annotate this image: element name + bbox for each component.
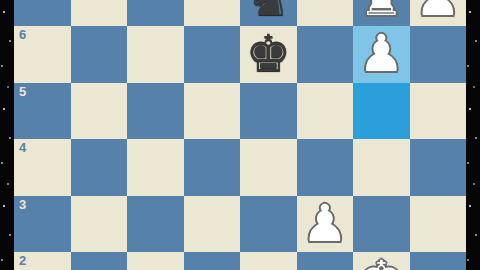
square-h4[interactable] bbox=[410, 139, 467, 196]
square-g7[interactable]: ♜ bbox=[353, 0, 410, 26]
square-f3[interactable]: ♟ bbox=[297, 196, 354, 253]
square-c5[interactable] bbox=[127, 83, 184, 140]
square-b2[interactable] bbox=[71, 252, 128, 270]
piece-white-pawn[interactable]: ♟ bbox=[297, 196, 354, 253]
square-h6[interactable] bbox=[410, 26, 467, 83]
square-g4[interactable] bbox=[353, 139, 410, 196]
square-a7[interactable] bbox=[14, 0, 71, 26]
square-c4[interactable] bbox=[127, 139, 184, 196]
square-e2[interactable] bbox=[240, 252, 297, 270]
square-b5[interactable] bbox=[71, 83, 128, 140]
square-g6[interactable]: ♟ bbox=[353, 26, 410, 83]
square-b4[interactable] bbox=[71, 139, 128, 196]
square-g5[interactable] bbox=[353, 83, 410, 140]
square-c2[interactable] bbox=[127, 252, 184, 270]
rank-label-6: 6 bbox=[19, 28, 26, 41]
square-a6[interactable]: 6 bbox=[14, 26, 71, 83]
square-h3[interactable] bbox=[410, 196, 467, 253]
square-a3[interactable]: 3 bbox=[14, 196, 71, 253]
square-f4[interactable] bbox=[297, 139, 354, 196]
rank-label-2: 2 bbox=[19, 254, 26, 267]
square-b3[interactable] bbox=[71, 196, 128, 253]
rank-label-3: 3 bbox=[19, 198, 26, 211]
piece-white-king[interactable]: ♚ bbox=[353, 252, 410, 270]
square-h7[interactable]: ♟ bbox=[410, 0, 467, 26]
square-d7[interactable] bbox=[184, 0, 241, 26]
square-b7[interactable] bbox=[71, 0, 128, 26]
rank-label-4: 4 bbox=[19, 141, 26, 154]
left-letterbox-starfield bbox=[0, 0, 14, 270]
square-h2[interactable] bbox=[410, 252, 467, 270]
square-e4[interactable] bbox=[240, 139, 297, 196]
piece-white-pawn[interactable]: ♟ bbox=[353, 26, 410, 83]
square-g2[interactable]: ♚ bbox=[353, 252, 410, 270]
square-a4[interactable]: 4 bbox=[14, 139, 71, 196]
square-d6[interactable] bbox=[184, 26, 241, 83]
square-d5[interactable] bbox=[184, 83, 241, 140]
square-e6[interactable]: ♚ bbox=[240, 26, 297, 83]
square-e7[interactable]: ♞ bbox=[240, 0, 297, 26]
chess-video-frame: ♞♜♟6♚♟543♟2♚ bbox=[0, 0, 480, 270]
rank-label-5: 5 bbox=[19, 85, 26, 98]
chess-board[interactable]: ♞♜♟6♚♟543♟2♚ bbox=[14, 0, 466, 270]
square-h5[interactable] bbox=[410, 83, 467, 140]
piece-black-king[interactable]: ♚ bbox=[240, 26, 297, 83]
right-letterbox-starfield bbox=[466, 0, 480, 270]
piece-white-pawn[interactable]: ♟ bbox=[410, 0, 467, 26]
square-d4[interactable] bbox=[184, 139, 241, 196]
square-c3[interactable] bbox=[127, 196, 184, 253]
square-c6[interactable] bbox=[127, 26, 184, 83]
square-d2[interactable] bbox=[184, 252, 241, 270]
square-c7[interactable] bbox=[127, 0, 184, 26]
square-d3[interactable] bbox=[184, 196, 241, 253]
square-f5[interactable] bbox=[297, 83, 354, 140]
square-a5[interactable]: 5 bbox=[14, 83, 71, 140]
square-f2[interactable] bbox=[297, 252, 354, 270]
square-f6[interactable] bbox=[297, 26, 354, 83]
piece-white-rook[interactable]: ♜ bbox=[353, 0, 410, 26]
square-g3[interactable] bbox=[353, 196, 410, 253]
square-f7[interactable] bbox=[297, 0, 354, 26]
piece-black-knight[interactable]: ♞ bbox=[240, 0, 297, 26]
square-a2[interactable]: 2 bbox=[14, 252, 71, 270]
square-e3[interactable] bbox=[240, 196, 297, 253]
square-e5[interactable] bbox=[240, 83, 297, 140]
square-b6[interactable] bbox=[71, 26, 128, 83]
